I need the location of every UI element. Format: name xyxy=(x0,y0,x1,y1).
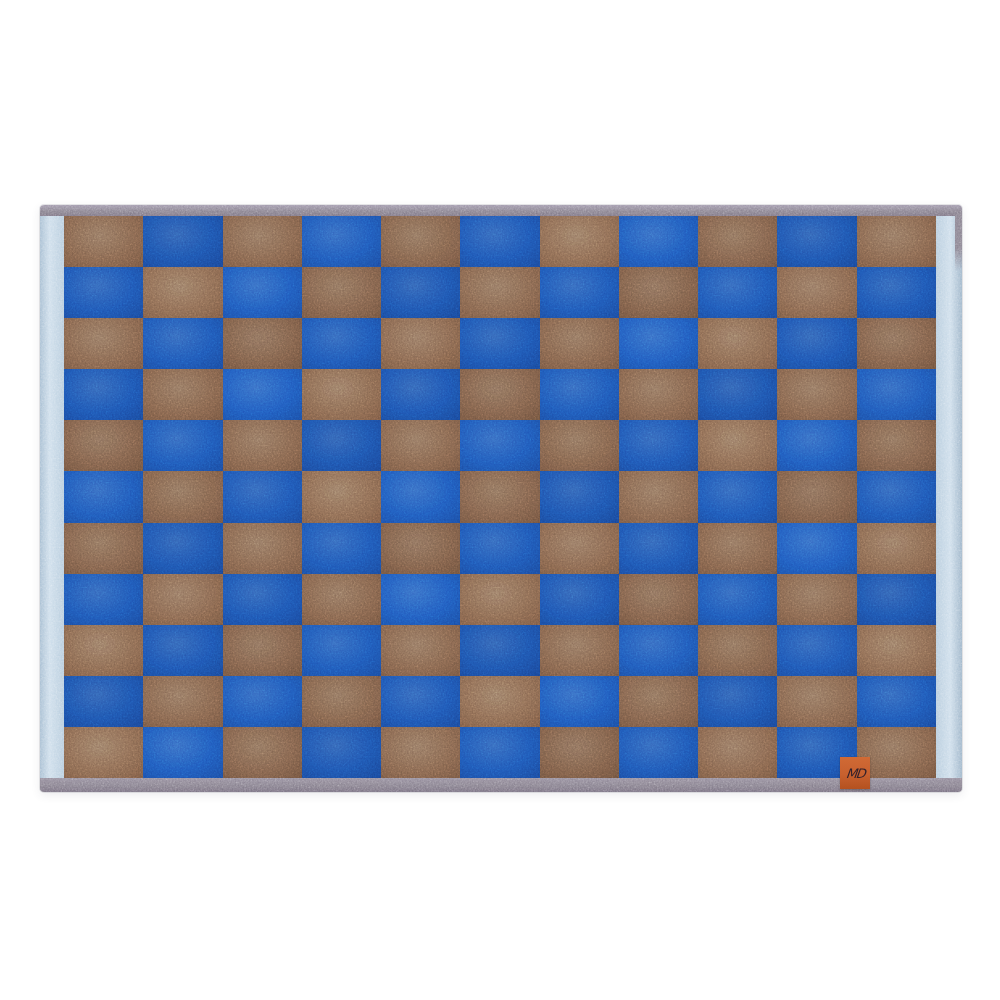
board-cell xyxy=(777,676,856,727)
board-cell xyxy=(143,471,222,522)
board-cell xyxy=(777,216,856,267)
board-cell xyxy=(619,625,698,676)
board-cell xyxy=(302,318,381,369)
board-cell xyxy=(381,676,460,727)
board-cell xyxy=(698,625,777,676)
board-cell xyxy=(698,369,777,420)
board-cell xyxy=(698,727,777,778)
board-cell xyxy=(64,523,143,574)
board-cell xyxy=(698,267,777,318)
board-cell xyxy=(460,318,539,369)
board-cell xyxy=(223,574,302,625)
board-cell xyxy=(64,471,143,522)
board-cell xyxy=(619,369,698,420)
board-cell xyxy=(460,471,539,522)
board-cell xyxy=(698,471,777,522)
board-cell xyxy=(302,369,381,420)
board-cell xyxy=(857,523,936,574)
board-cell xyxy=(777,420,856,471)
board-cell xyxy=(302,727,381,778)
board-cell xyxy=(64,420,143,471)
brand-monogram-text: MD xyxy=(845,767,865,780)
board-cell xyxy=(381,216,460,267)
board-cell xyxy=(857,676,936,727)
board-cell xyxy=(143,523,222,574)
selvedge-band-left xyxy=(40,216,64,778)
hem-corner-fold xyxy=(955,213,962,271)
board-cell xyxy=(460,523,539,574)
board-cell xyxy=(64,676,143,727)
board-cell xyxy=(698,420,777,471)
board-cell xyxy=(223,216,302,267)
board-cell xyxy=(302,267,381,318)
board-cell xyxy=(381,625,460,676)
board-cell xyxy=(540,625,619,676)
board-cell xyxy=(302,216,381,267)
board-cell xyxy=(857,625,936,676)
board-cell xyxy=(302,625,381,676)
board-cell xyxy=(381,727,460,778)
board-cell xyxy=(302,420,381,471)
board-cell xyxy=(143,369,222,420)
board-cell xyxy=(460,369,539,420)
board-cell xyxy=(143,216,222,267)
board-cell xyxy=(302,523,381,574)
board-cell xyxy=(698,216,777,267)
board-cell xyxy=(381,318,460,369)
board-cell xyxy=(64,625,143,676)
board-cell xyxy=(460,420,539,471)
board-cell xyxy=(223,267,302,318)
board-cell xyxy=(381,267,460,318)
board-cell xyxy=(857,574,936,625)
board-cell xyxy=(540,523,619,574)
board-cell xyxy=(143,420,222,471)
board-cell xyxy=(223,625,302,676)
board-cell xyxy=(619,420,698,471)
board-cell xyxy=(777,523,856,574)
board-cell xyxy=(777,267,856,318)
board-cell xyxy=(460,267,539,318)
board-cell xyxy=(64,727,143,778)
board-cell xyxy=(540,216,619,267)
board-cell xyxy=(381,523,460,574)
board-cell xyxy=(857,420,936,471)
board-cell xyxy=(223,471,302,522)
board-cell xyxy=(698,574,777,625)
board-cell xyxy=(460,676,539,727)
board-cell xyxy=(619,267,698,318)
board-cell xyxy=(857,369,936,420)
board-cell xyxy=(143,318,222,369)
board-cell xyxy=(698,676,777,727)
board-cell xyxy=(777,369,856,420)
board-cell xyxy=(381,471,460,522)
board-cell xyxy=(64,369,143,420)
board-cell xyxy=(857,471,936,522)
board-cell xyxy=(857,267,936,318)
board-cell xyxy=(302,574,381,625)
board-cell xyxy=(381,574,460,625)
board-cell xyxy=(857,216,936,267)
board-cell xyxy=(540,727,619,778)
board-cell xyxy=(540,420,619,471)
board-cell xyxy=(619,574,698,625)
board-cell xyxy=(381,369,460,420)
selvedge-band-right xyxy=(936,216,962,778)
checkerboard-grid xyxy=(64,216,936,778)
board-cell xyxy=(223,523,302,574)
board-cell xyxy=(223,676,302,727)
board-cell xyxy=(143,727,222,778)
board-cell xyxy=(619,318,698,369)
board-cell xyxy=(619,676,698,727)
board-cell xyxy=(143,267,222,318)
board-cell xyxy=(777,318,856,369)
board-cell xyxy=(223,727,302,778)
board-cell xyxy=(302,471,381,522)
board-cell xyxy=(64,318,143,369)
hem-bottom xyxy=(40,778,962,792)
board-cell xyxy=(223,318,302,369)
board-cell xyxy=(540,676,619,727)
board-cell xyxy=(460,216,539,267)
board-cell xyxy=(540,369,619,420)
product-photo-canvas: MD xyxy=(0,0,1000,1000)
board-cell xyxy=(64,267,143,318)
board-cell xyxy=(540,574,619,625)
board-cell xyxy=(223,420,302,471)
board-cell xyxy=(143,574,222,625)
board-cell xyxy=(619,727,698,778)
board-cell xyxy=(143,625,222,676)
hem-top xyxy=(40,205,962,216)
board-cell xyxy=(460,625,539,676)
board-cell xyxy=(540,267,619,318)
board-cell xyxy=(460,727,539,778)
board-cell xyxy=(223,369,302,420)
board-cell xyxy=(381,420,460,471)
board-cell xyxy=(777,574,856,625)
board-cell xyxy=(540,318,619,369)
board-cell xyxy=(64,574,143,625)
board-cell xyxy=(777,625,856,676)
board-cell xyxy=(64,216,143,267)
board-cell xyxy=(460,574,539,625)
board-cell xyxy=(540,471,619,522)
board-cell xyxy=(143,676,222,727)
board-cell xyxy=(698,523,777,574)
board-cell xyxy=(698,318,777,369)
board-cell xyxy=(619,471,698,522)
board-cell xyxy=(857,318,936,369)
bath-mat: MD xyxy=(40,205,962,792)
brand-tag: MD xyxy=(840,757,870,789)
board-cell xyxy=(302,676,381,727)
board-cell xyxy=(777,471,856,522)
board-cell xyxy=(619,523,698,574)
board-cell xyxy=(619,216,698,267)
